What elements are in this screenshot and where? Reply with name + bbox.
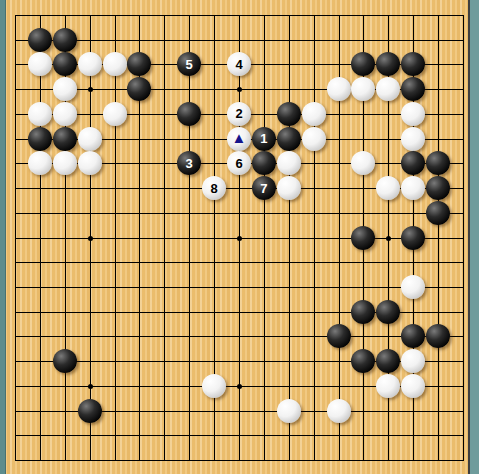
black-stone[interactable] xyxy=(53,127,77,151)
black-stone[interactable] xyxy=(426,324,450,348)
black-stone[interactable] xyxy=(376,52,400,76)
white-stone[interactable] xyxy=(202,374,226,398)
black-stone[interactable] xyxy=(376,349,400,373)
white-stone[interactable] xyxy=(277,176,301,200)
move-number-label: 5 xyxy=(186,58,193,71)
board-frame-left-edge xyxy=(0,0,6,474)
grid-line-vertical xyxy=(314,15,315,461)
white-stone[interactable] xyxy=(103,52,127,76)
black-stone[interactable] xyxy=(53,349,77,373)
black-stone[interactable]: 3 xyxy=(177,151,201,175)
black-stone[interactable] xyxy=(401,226,425,250)
white-stone[interactable] xyxy=(302,102,326,126)
star-point xyxy=(237,87,242,92)
black-stone[interactable] xyxy=(401,151,425,175)
black-stone[interactable] xyxy=(277,127,301,151)
grid-line-horizontal xyxy=(15,435,464,436)
black-stone[interactable] xyxy=(426,176,450,200)
black-stone[interactable] xyxy=(351,300,375,324)
black-stone[interactable] xyxy=(78,399,102,423)
black-stone[interactable]: 7 xyxy=(252,176,276,200)
black-stone[interactable] xyxy=(401,77,425,101)
black-stone[interactable] xyxy=(127,52,151,76)
go-board[interactable]: 542▲13687 xyxy=(0,0,470,474)
star-point xyxy=(88,384,93,389)
white-stone[interactable] xyxy=(78,151,102,175)
move-number-label: 8 xyxy=(210,182,217,195)
white-stone[interactable] xyxy=(53,77,77,101)
black-stone[interactable] xyxy=(28,127,52,151)
grid-line-horizontal xyxy=(15,287,464,288)
white-stone[interactable]: 6 xyxy=(227,151,251,175)
grid-line-horizontal xyxy=(15,336,464,337)
move-number-label: 2 xyxy=(235,107,242,120)
board-frame-right-edge xyxy=(468,0,479,474)
black-stone[interactable] xyxy=(376,300,400,324)
white-stone[interactable] xyxy=(78,52,102,76)
white-stone[interactable] xyxy=(327,77,351,101)
go-app-window: 542▲13687 xyxy=(0,0,479,474)
white-stone[interactable] xyxy=(28,52,52,76)
star-point xyxy=(88,236,93,241)
white-stone[interactable] xyxy=(376,77,400,101)
grid-line-horizontal xyxy=(15,460,464,461)
white-stone[interactable]: 4 xyxy=(227,52,251,76)
black-stone[interactable] xyxy=(28,28,52,52)
white-stone[interactable] xyxy=(401,349,425,373)
move-number-label: 4 xyxy=(235,58,242,71)
star-point xyxy=(237,384,242,389)
black-stone[interactable] xyxy=(401,324,425,348)
grid-line-vertical xyxy=(438,15,439,461)
black-stone[interactable] xyxy=(127,77,151,101)
black-stone[interactable] xyxy=(351,52,375,76)
white-stone[interactable] xyxy=(53,151,77,175)
move-number-label: 3 xyxy=(186,157,193,170)
white-stone[interactable] xyxy=(376,176,400,200)
black-stone[interactable] xyxy=(177,102,201,126)
white-stone[interactable]: ▲ xyxy=(227,127,251,151)
star-point xyxy=(386,236,391,241)
white-stone[interactable] xyxy=(28,102,52,126)
black-stone[interactable] xyxy=(327,324,351,348)
white-stone[interactable] xyxy=(351,77,375,101)
black-stone[interactable] xyxy=(277,102,301,126)
grid-line-horizontal xyxy=(15,262,464,263)
white-stone[interactable] xyxy=(401,374,425,398)
grid-line-vertical xyxy=(463,15,464,461)
white-stone[interactable] xyxy=(401,127,425,151)
white-stone[interactable] xyxy=(302,127,326,151)
move-number-label: 7 xyxy=(260,182,267,195)
white-stone[interactable] xyxy=(401,102,425,126)
white-stone[interactable] xyxy=(53,102,77,126)
white-stone[interactable] xyxy=(376,374,400,398)
grid-line-vertical xyxy=(264,15,265,461)
grid-line-vertical xyxy=(289,15,290,461)
move-number-label: 6 xyxy=(235,157,242,170)
black-stone[interactable] xyxy=(53,52,77,76)
star-point xyxy=(237,236,242,241)
white-stone[interactable] xyxy=(277,399,301,423)
black-stone[interactable] xyxy=(252,151,276,175)
white-stone[interactable] xyxy=(78,127,102,151)
white-stone[interactable] xyxy=(401,176,425,200)
white-stone[interactable] xyxy=(28,151,52,175)
star-point xyxy=(88,87,93,92)
black-stone[interactable] xyxy=(351,226,375,250)
black-stone[interactable] xyxy=(351,349,375,373)
black-stone[interactable] xyxy=(426,201,450,225)
white-stone[interactable] xyxy=(351,151,375,175)
move-number-label: 1 xyxy=(260,132,267,145)
white-stone[interactable] xyxy=(277,151,301,175)
black-stone[interactable] xyxy=(426,151,450,175)
black-stone[interactable]: 5 xyxy=(177,52,201,76)
white-stone[interactable] xyxy=(103,102,127,126)
white-stone[interactable] xyxy=(327,399,351,423)
white-stone[interactable] xyxy=(401,275,425,299)
black-stone[interactable] xyxy=(53,28,77,52)
black-stone[interactable] xyxy=(401,52,425,76)
white-stone[interactable]: 2 xyxy=(227,102,251,126)
white-stone[interactable]: 8 xyxy=(202,176,226,200)
black-stone[interactable]: 1 xyxy=(252,127,276,151)
triangle-marker-icon: ▲ xyxy=(232,130,247,145)
